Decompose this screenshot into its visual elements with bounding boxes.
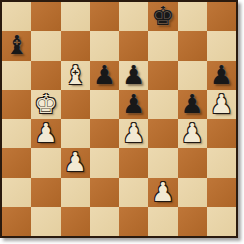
square-c7[interactable]	[61, 31, 90, 60]
square-h2[interactable]	[207, 178, 236, 207]
square-g5[interactable]: ♟	[178, 90, 207, 119]
piece-white-bishop: ♝	[61, 61, 90, 90]
square-h7[interactable]	[207, 31, 236, 60]
square-c2[interactable]	[61, 178, 90, 207]
square-e6[interactable]: ♟	[119, 61, 148, 90]
square-b2[interactable]	[31, 178, 60, 207]
square-g4[interactable]: ♟	[178, 119, 207, 148]
square-h1[interactable]	[207, 207, 236, 236]
piece-white-pawn: ♟	[148, 178, 177, 207]
square-e1[interactable]	[119, 207, 148, 236]
square-e2[interactable]	[119, 178, 148, 207]
square-e3[interactable]	[119, 148, 148, 177]
square-d5[interactable]	[90, 90, 119, 119]
square-h4[interactable]	[207, 119, 236, 148]
board-frame: ♚♝♝♟♟♟♚♟♟♟♟♟♟♟♟	[0, 0, 238, 238]
board: ♚♝♝♟♟♟♚♟♟♟♟♟♟♟♟	[2, 2, 236, 236]
square-f8[interactable]: ♚	[148, 2, 177, 31]
square-d1[interactable]	[90, 207, 119, 236]
square-f6[interactable]	[148, 61, 177, 90]
square-d7[interactable]	[90, 31, 119, 60]
square-e8[interactable]	[119, 2, 148, 31]
square-d4[interactable]	[90, 119, 119, 148]
square-h3[interactable]	[207, 148, 236, 177]
piece-white-pawn: ♟	[119, 119, 148, 148]
square-a6[interactable]	[2, 61, 31, 90]
piece-white-pawn: ♟	[178, 119, 207, 148]
square-b4[interactable]: ♟	[31, 119, 60, 148]
piece-white-pawn: ♟	[207, 90, 236, 119]
piece-white-king: ♚	[31, 90, 60, 119]
square-a7[interactable]: ♝	[2, 31, 31, 60]
square-g6[interactable]	[178, 61, 207, 90]
square-b5[interactable]: ♚	[31, 90, 60, 119]
piece-black-pawn: ♟	[119, 61, 148, 90]
square-f4[interactable]	[148, 119, 177, 148]
square-c4[interactable]	[61, 119, 90, 148]
square-d8[interactable]	[90, 2, 119, 31]
square-c8[interactable]	[61, 2, 90, 31]
square-a5[interactable]	[2, 90, 31, 119]
square-b1[interactable]	[31, 207, 60, 236]
piece-black-pawn: ♟	[119, 90, 148, 119]
piece-black-pawn: ♟	[90, 61, 119, 90]
square-g8[interactable]	[178, 2, 207, 31]
square-g1[interactable]	[178, 207, 207, 236]
square-d2[interactable]	[90, 178, 119, 207]
square-f1[interactable]	[148, 207, 177, 236]
square-g7[interactable]	[178, 31, 207, 60]
square-h8[interactable]	[207, 2, 236, 31]
square-e7[interactable]	[119, 31, 148, 60]
square-c3[interactable]: ♟	[61, 148, 90, 177]
square-b3[interactable]	[31, 148, 60, 177]
chess-diagram: ♚♝♝♟♟♟♚♟♟♟♟♟♟♟♟	[0, 0, 244, 244]
square-f5[interactable]	[148, 90, 177, 119]
square-c5[interactable]	[61, 90, 90, 119]
square-e5[interactable]: ♟	[119, 90, 148, 119]
square-d3[interactable]	[90, 148, 119, 177]
square-f7[interactable]	[148, 31, 177, 60]
piece-black-king: ♚	[148, 2, 177, 31]
piece-white-pawn: ♟	[61, 148, 90, 177]
piece-black-bishop: ♝	[2, 31, 31, 60]
square-a8[interactable]	[2, 2, 31, 31]
square-f2[interactable]: ♟	[148, 178, 177, 207]
square-a4[interactable]	[2, 119, 31, 148]
square-f3[interactable]	[148, 148, 177, 177]
piece-white-pawn: ♟	[31, 119, 60, 148]
square-c1[interactable]	[61, 207, 90, 236]
square-h6[interactable]: ♟	[207, 61, 236, 90]
square-g2[interactable]	[178, 178, 207, 207]
square-h5[interactable]: ♟	[207, 90, 236, 119]
square-b6[interactable]	[31, 61, 60, 90]
square-d6[interactable]: ♟	[90, 61, 119, 90]
square-b8[interactable]	[31, 2, 60, 31]
square-b7[interactable]	[31, 31, 60, 60]
square-e4[interactable]: ♟	[119, 119, 148, 148]
square-a3[interactable]	[2, 148, 31, 177]
square-a1[interactable]	[2, 207, 31, 236]
square-a2[interactable]	[2, 178, 31, 207]
square-g3[interactable]	[178, 148, 207, 177]
piece-black-pawn: ♟	[178, 90, 207, 119]
piece-black-pawn: ♟	[207, 61, 236, 90]
square-c6[interactable]: ♝	[61, 61, 90, 90]
